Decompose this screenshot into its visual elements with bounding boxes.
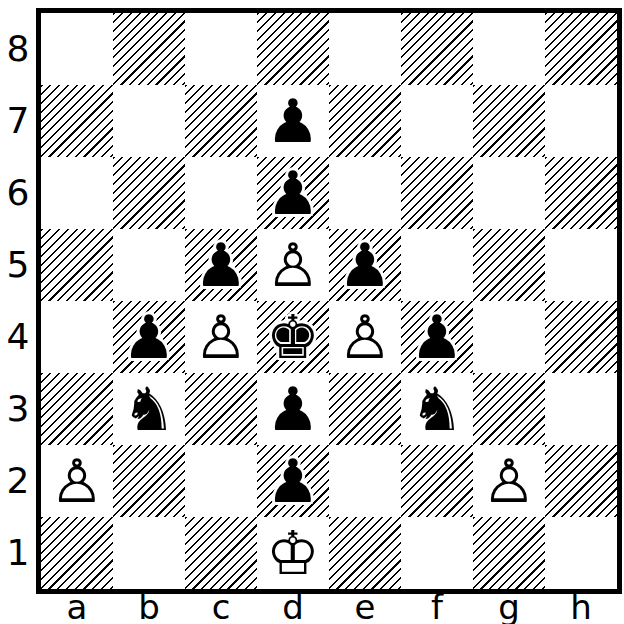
square-d6[interactable]: ♟ xyxy=(257,157,329,229)
square-b3[interactable]: ♞ xyxy=(113,373,185,445)
piece-wP-d5: ♙ xyxy=(266,229,320,301)
square-a6[interactable] xyxy=(41,157,113,229)
square-g1[interactable] xyxy=(473,517,545,589)
square-c2[interactable] xyxy=(185,445,257,517)
square-h7[interactable] xyxy=(545,85,617,157)
square-b4[interactable]: ♟ xyxy=(113,301,185,373)
square-c6[interactable] xyxy=(185,157,257,229)
file-label-c: c xyxy=(185,592,257,624)
square-a8[interactable] xyxy=(41,13,113,85)
square-g3[interactable] xyxy=(473,373,545,445)
square-e4[interactable]: ♙ xyxy=(329,301,401,373)
square-a2[interactable]: ♙ xyxy=(41,445,113,517)
square-e8[interactable] xyxy=(329,13,401,85)
square-h6[interactable] xyxy=(545,157,617,229)
rank-label-3: 3 xyxy=(0,373,36,445)
square-g2[interactable]: ♙ xyxy=(473,445,545,517)
square-h5[interactable] xyxy=(545,229,617,301)
square-d8[interactable] xyxy=(257,13,329,85)
rank-labels: 8 7 6 5 4 3 2 1 xyxy=(0,13,36,589)
piece-wP-a2: ♙ xyxy=(50,445,104,517)
square-a7[interactable] xyxy=(41,85,113,157)
square-b7[interactable] xyxy=(113,85,185,157)
rank-label-1: 1 xyxy=(0,517,36,589)
rank-label-2: 2 xyxy=(0,445,36,517)
square-f1[interactable] xyxy=(401,517,473,589)
piece-wP-c4: ♙ xyxy=(194,301,248,373)
piece-bP-d3: ♟ xyxy=(266,373,320,445)
square-f6[interactable] xyxy=(401,157,473,229)
square-d3[interactable]: ♟ xyxy=(257,373,329,445)
piece-bP-e5: ♟ xyxy=(338,229,392,301)
rank-label-7: 7 xyxy=(0,85,36,157)
square-d1[interactable]: ♔ xyxy=(257,517,329,589)
square-c1[interactable] xyxy=(185,517,257,589)
square-a1[interactable] xyxy=(41,517,113,589)
square-c5[interactable]: ♟ xyxy=(185,229,257,301)
square-h4[interactable] xyxy=(545,301,617,373)
piece-wP-e4: ♙ xyxy=(338,301,392,373)
square-f3[interactable]: ♞ xyxy=(401,373,473,445)
square-d5[interactable]: ♙ xyxy=(257,229,329,301)
square-g6[interactable] xyxy=(473,157,545,229)
square-b5[interactable] xyxy=(113,229,185,301)
square-e7[interactable] xyxy=(329,85,401,157)
piece-wP-g2: ♙ xyxy=(482,445,536,517)
file-label-f: f xyxy=(401,592,473,624)
rank-label-8: 8 xyxy=(0,13,36,85)
square-b6[interactable] xyxy=(113,157,185,229)
square-f8[interactable] xyxy=(401,13,473,85)
square-c4[interactable]: ♙ xyxy=(185,301,257,373)
file-labels: a b c d e f g h xyxy=(41,592,617,624)
square-d2[interactable]: ♟ xyxy=(257,445,329,517)
piece-bP-c5: ♟ xyxy=(194,229,248,301)
square-a4[interactable] xyxy=(41,301,113,373)
square-b2[interactable] xyxy=(113,445,185,517)
rank-label-4: 4 xyxy=(0,301,36,373)
square-e3[interactable] xyxy=(329,373,401,445)
rank-label-6: 6 xyxy=(0,157,36,229)
file-label-b: b xyxy=(113,592,185,624)
square-c7[interactable] xyxy=(185,85,257,157)
piece-wK-d1: ♔ xyxy=(266,517,320,589)
file-label-a: a xyxy=(41,592,113,624)
piece-bP-f4: ♟ xyxy=(410,301,464,373)
square-f2[interactable] xyxy=(401,445,473,517)
square-f7[interactable] xyxy=(401,85,473,157)
square-e5[interactable]: ♟ xyxy=(329,229,401,301)
square-a5[interactable] xyxy=(41,229,113,301)
square-g7[interactable] xyxy=(473,85,545,157)
square-g4[interactable] xyxy=(473,301,545,373)
square-h1[interactable] xyxy=(545,517,617,589)
square-c3[interactable] xyxy=(185,373,257,445)
piece-bP-d2: ♟ xyxy=(266,445,320,517)
square-e6[interactable] xyxy=(329,157,401,229)
square-g8[interactable] xyxy=(473,13,545,85)
square-d4[interactable]: ♚ xyxy=(257,301,329,373)
piece-bP-b4: ♟ xyxy=(122,301,176,373)
piece-bP-d7: ♟ xyxy=(266,85,320,157)
square-f5[interactable] xyxy=(401,229,473,301)
square-g5[interactable] xyxy=(473,229,545,301)
square-d7[interactable]: ♟ xyxy=(257,85,329,157)
file-label-e: e xyxy=(329,592,401,624)
piece-bP-d6: ♟ xyxy=(266,157,320,229)
square-e1[interactable] xyxy=(329,517,401,589)
square-a3[interactable] xyxy=(41,373,113,445)
chess-diagram: 8 7 6 5 4 3 2 1 ♟♟♟♙♟♟♙♚♙♟♞♟♞♙♟♙♔ a b c … xyxy=(0,0,624,624)
square-f4[interactable]: ♟ xyxy=(401,301,473,373)
rank-label-5: 5 xyxy=(0,229,36,301)
file-label-h: h xyxy=(545,592,617,624)
square-c8[interactable] xyxy=(185,13,257,85)
piece-bK-d4: ♚ xyxy=(266,301,320,373)
square-b8[interactable] xyxy=(113,13,185,85)
square-h3[interactable] xyxy=(545,373,617,445)
file-label-g: g xyxy=(473,592,545,624)
file-label-d: d xyxy=(257,592,329,624)
square-h2[interactable] xyxy=(545,445,617,517)
piece-bN-f3: ♞ xyxy=(410,373,464,445)
chess-board: ♟♟♟♙♟♟♙♚♙♟♞♟♞♙♟♙♔ xyxy=(36,8,622,594)
square-b1[interactable] xyxy=(113,517,185,589)
square-e2[interactable] xyxy=(329,445,401,517)
square-h8[interactable] xyxy=(545,13,617,85)
piece-bN-b3: ♞ xyxy=(122,373,176,445)
